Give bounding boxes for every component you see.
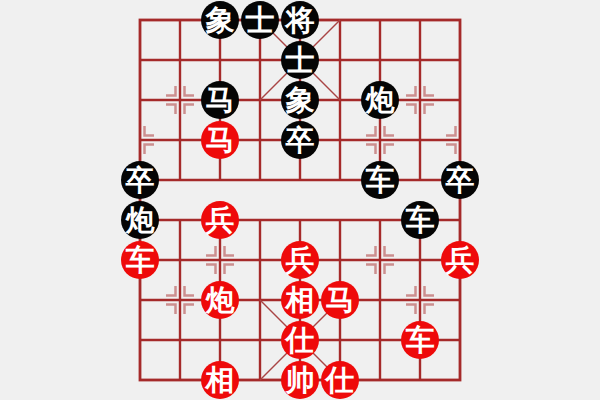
red-elephant-piece[interactable]: 相 [281, 281, 319, 319]
black-advisor-piece[interactable]: 士 [281, 41, 319, 79]
black-chariot-piece[interactable]: 车 [361, 161, 399, 199]
black-soldier-piece[interactable]: 卒 [441, 161, 479, 199]
red-cannon-piece[interactable]: 炮 [201, 281, 239, 319]
black-cannon-piece[interactable]: 炮 [361, 81, 399, 119]
red-horse-piece[interactable]: 马 [201, 121, 239, 159]
red-soldier-piece[interactable]: 兵 [441, 241, 479, 279]
black-general-piece[interactable]: 将 [281, 1, 319, 39]
black-chariot-piece[interactable]: 车 [401, 201, 439, 239]
red-soldier-piece[interactable]: 兵 [281, 241, 319, 279]
red-chariot-piece[interactable]: 车 [401, 321, 439, 359]
black-soldier-piece[interactable]: 卒 [121, 161, 159, 199]
red-horse-piece[interactable]: 马 [321, 281, 359, 319]
black-soldier-piece[interactable]: 卒 [281, 121, 319, 159]
black-cannon-piece[interactable]: 炮 [121, 201, 159, 239]
red-chariot-piece[interactable]: 车 [121, 241, 159, 279]
black-elephant-piece[interactable]: 象 [201, 1, 239, 39]
red-elephant-piece[interactable]: 相 [201, 361, 239, 399]
red-advisor-piece[interactable]: 仕 [281, 321, 319, 359]
black-elephant-piece[interactable]: 象 [281, 81, 319, 119]
red-soldier-piece[interactable]: 兵 [201, 201, 239, 239]
black-advisor-piece[interactable]: 士 [241, 1, 279, 39]
red-general-piece[interactable]: 帅 [281, 361, 319, 399]
black-horse-piece[interactable]: 马 [201, 81, 239, 119]
red-advisor-piece[interactable]: 仕 [321, 361, 359, 399]
xiangqi-board[interactable]: 象士将士马象炮马卒卒车卒炮兵车车兵兵炮相马仕车相帅仕 [0, 0, 600, 400]
